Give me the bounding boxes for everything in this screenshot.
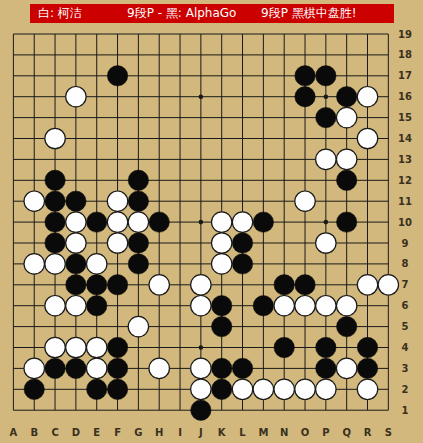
black-stone <box>128 233 148 253</box>
column-label: B <box>30 427 38 438</box>
white-stone <box>316 296 336 316</box>
row-label: 5 <box>402 321 409 332</box>
white-stone <box>274 379 294 399</box>
star-point <box>199 94 204 99</box>
black-stone <box>357 337 377 357</box>
column-label: I <box>178 427 182 438</box>
row-label: 19 <box>398 29 412 40</box>
column-label: N <box>280 427 288 438</box>
black-stone <box>316 66 336 86</box>
row-label: 16 <box>398 91 412 102</box>
black-stone <box>295 275 315 295</box>
white-stone <box>66 296 86 316</box>
black-stone <box>253 212 273 232</box>
black-stone <box>24 379 44 399</box>
black-stone <box>87 379 107 399</box>
white-stone <box>24 254 44 274</box>
white-stone <box>357 128 377 148</box>
star-point <box>324 94 329 99</box>
row-label: 18 <box>398 49 412 60</box>
white-stone <box>295 191 315 211</box>
black-stone <box>128 170 148 190</box>
black-stone <box>149 212 169 232</box>
white-stone <box>24 358 44 378</box>
white-stone <box>149 275 169 295</box>
row-label: 17 <box>398 70 412 81</box>
white-stone <box>87 254 107 274</box>
white-stone <box>191 275 211 295</box>
row-label: 6 <box>402 300 409 311</box>
white-stone <box>87 358 107 378</box>
row-label: 4 <box>402 342 409 353</box>
black-stone <box>316 337 336 357</box>
white-stone <box>24 191 44 211</box>
white-stone <box>357 87 377 107</box>
row-label: 11 <box>398 196 412 207</box>
white-stone <box>357 379 377 399</box>
row-label: 1 <box>402 405 409 416</box>
white-stone <box>336 358 356 378</box>
black-stone <box>253 296 273 316</box>
white-stone <box>191 358 211 378</box>
column-label: G <box>134 427 142 438</box>
black-stone <box>295 87 315 107</box>
black-stone <box>232 358 252 378</box>
column-label: J <box>198 427 203 438</box>
black-stone <box>107 337 127 357</box>
column-label: Q <box>342 427 351 438</box>
black-stone <box>66 275 86 295</box>
white-stone <box>357 275 377 295</box>
black-stone <box>45 170 65 190</box>
row-label: 2 <box>402 384 409 395</box>
white-stone <box>191 296 211 316</box>
white-stone <box>66 233 86 253</box>
black-stone <box>316 358 336 378</box>
white-stone <box>295 296 315 316</box>
white-stone <box>107 212 127 232</box>
star-point <box>324 220 329 225</box>
black-stone <box>45 212 65 232</box>
go-diagram: 白: 柯洁 9段P - 黑: AlphaGo 9段P 黑棋中盘胜! ABCDEF… <box>0 0 423 443</box>
white-stone <box>87 337 107 357</box>
white-stone <box>45 128 65 148</box>
white-stone <box>191 379 211 399</box>
white-stone <box>66 212 86 232</box>
row-label: 7 <box>402 279 409 290</box>
column-label: M <box>258 427 268 438</box>
black-stone <box>336 87 356 107</box>
white-stone <box>66 87 86 107</box>
row-label: 10 <box>398 217 412 228</box>
black-stone <box>87 212 107 232</box>
white-stone <box>378 275 398 295</box>
white-stone <box>212 212 232 232</box>
black-stone <box>128 191 148 211</box>
row-label: 12 <box>398 175 412 186</box>
black-stone <box>107 358 127 378</box>
column-label: E <box>93 427 100 438</box>
black-stone <box>336 212 356 232</box>
black-stone <box>336 170 356 190</box>
black-stone <box>107 66 127 86</box>
black-stone <box>336 316 356 336</box>
column-label: H <box>155 427 163 438</box>
white-stone <box>232 379 252 399</box>
black-stone <box>212 379 232 399</box>
black-stone <box>212 358 232 378</box>
go-board: ABCDEFGHIJKLMNOPQRS191817161514131211109… <box>0 0 423 443</box>
black-stone <box>45 233 65 253</box>
black-stone <box>66 191 86 211</box>
white-stone <box>232 212 252 232</box>
black-stone <box>191 400 211 420</box>
white-stone <box>45 337 65 357</box>
white-stone <box>253 379 273 399</box>
white-stone <box>149 358 169 378</box>
row-label: 8 <box>402 258 409 269</box>
black-stone <box>128 254 148 274</box>
column-label: D <box>72 427 80 438</box>
white-stone <box>316 149 336 169</box>
column-label: F <box>114 427 121 438</box>
black-stone <box>107 379 127 399</box>
white-stone <box>45 254 65 274</box>
black-stone <box>274 275 294 295</box>
column-label: S <box>385 427 392 438</box>
row-label: 15 <box>398 112 412 123</box>
black-stone <box>87 296 107 316</box>
star-point <box>199 345 204 350</box>
row-label: 14 <box>398 133 412 144</box>
black-stone <box>274 337 294 357</box>
white-stone <box>336 296 356 316</box>
white-stone <box>128 212 148 232</box>
column-label: A <box>10 427 18 438</box>
black-stone <box>66 254 86 274</box>
star-point <box>199 220 204 225</box>
column-label: K <box>218 427 227 438</box>
black-stone <box>295 66 315 86</box>
black-stone <box>232 233 252 253</box>
column-label: L <box>239 427 246 438</box>
white-stone <box>316 233 336 253</box>
white-stone <box>107 233 127 253</box>
white-stone <box>45 296 65 316</box>
black-stone <box>212 316 232 336</box>
black-stone <box>45 358 65 378</box>
column-label: R <box>364 427 372 438</box>
black-stone <box>316 107 336 127</box>
column-label: O <box>301 427 310 438</box>
black-stone <box>212 296 232 316</box>
white-stone <box>212 254 232 274</box>
white-stone <box>274 296 294 316</box>
white-stone <box>336 149 356 169</box>
row-label: 3 <box>402 363 409 374</box>
black-stone <box>107 275 127 295</box>
white-stone <box>107 191 127 211</box>
white-stone <box>295 379 315 399</box>
white-stone <box>128 316 148 336</box>
white-stone <box>66 337 86 357</box>
black-stone <box>87 275 107 295</box>
row-label: 9 <box>402 238 409 249</box>
white-stone <box>316 379 336 399</box>
row-label: 13 <box>398 154 412 165</box>
column-label: C <box>51 427 58 438</box>
black-stone <box>232 254 252 274</box>
white-stone <box>212 233 232 253</box>
white-stone <box>336 107 356 127</box>
black-stone <box>357 358 377 378</box>
column-label: P <box>322 427 329 438</box>
black-stone <box>66 358 86 378</box>
black-stone <box>45 191 65 211</box>
